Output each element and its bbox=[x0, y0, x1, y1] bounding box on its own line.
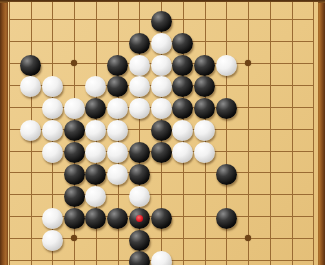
gomoku-game-window bbox=[0, 0, 325, 265]
goban-board-surface[interactable] bbox=[8, 2, 318, 265]
